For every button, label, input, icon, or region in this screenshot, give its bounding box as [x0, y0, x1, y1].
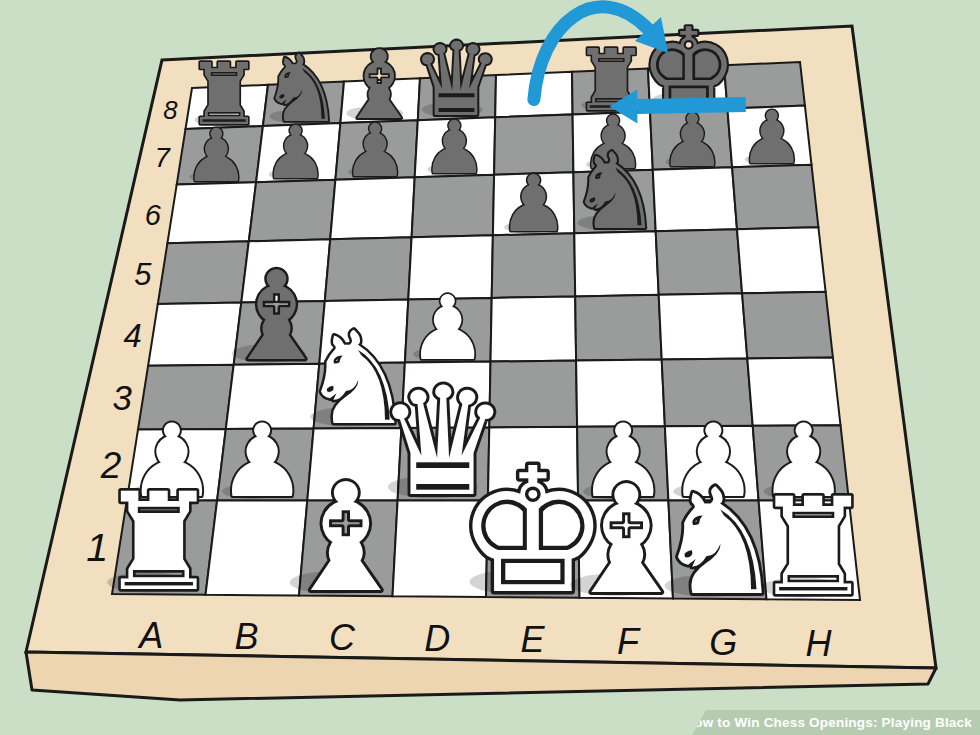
rank-label-5: 5 — [134, 257, 152, 292]
rank-label-4: 4 — [124, 317, 142, 354]
piece-black-pawn-h7[interactable]: ♟ — [739, 95, 804, 180]
rook-castle-arrow-shaft — [637, 105, 745, 107]
piece-black-knight-f6[interactable]: ♞ — [568, 130, 662, 253]
piece-black-pawn-a7[interactable]: ♟ — [184, 113, 249, 198]
piece-black-pawn-e6[interactable]: ♟ — [499, 159, 569, 249]
watermark-banner: wikiHow to Win Chess Openings: Playing B… — [680, 710, 980, 735]
piece-white-rook-h1[interactable]: ♜ — [753, 469, 874, 626]
square-h5[interactable] — [737, 227, 826, 293]
square-g4[interactable] — [659, 293, 748, 359]
board-scene: 87654321ABCDEFGH ♜♞♝♛♜♚♟♟♟♟♟♟♟♟♞♝♟♞♟♟♛♟♟… — [0, 0, 980, 735]
chess-illustration: 87654321ABCDEFGH ♜♞♝♛♜♚♟♟♟♟♟♟♟♟♞♝♟♞♟♟♛♟♟… — [0, 0, 980, 735]
file-label-H: H — [806, 623, 833, 664]
piece-black-pawn-d7[interactable]: ♟ — [422, 105, 487, 190]
square-c5[interactable] — [325, 237, 412, 301]
piece-white-rook-a1[interactable]: ♜ — [98, 464, 219, 621]
rank-label-6: 6 — [145, 199, 162, 231]
file-label-D: D — [424, 618, 450, 659]
watermark-caption: to Win Chess Openings: Playing Black — [713, 715, 972, 730]
square-f4[interactable] — [575, 295, 662, 361]
piece-black-pawn-c7[interactable]: ♟ — [342, 108, 407, 193]
piece-black-pawn-b7[interactable]: ♟ — [263, 110, 328, 195]
piece-white-bishop-c1[interactable]: ♝ — [279, 452, 413, 625]
square-e4[interactable] — [491, 296, 577, 361]
square-g5[interactable] — [656, 229, 742, 295]
rank-label-8: 8 — [163, 96, 178, 124]
file-label-B: B — [235, 616, 259, 657]
square-h4[interactable] — [742, 292, 833, 359]
rank-label-7: 7 — [155, 142, 171, 173]
